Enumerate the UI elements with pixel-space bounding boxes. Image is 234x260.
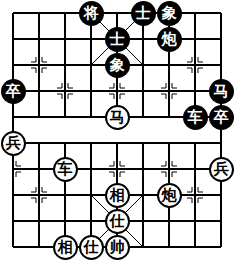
black-cannon[interactable]: 炮 <box>157 27 182 52</box>
white-elephant[interactable]: 相 <box>105 183 130 208</box>
black-soldier[interactable]: 卒 <box>209 105 234 130</box>
black-general[interactable]: 将 <box>79 1 104 26</box>
black-advisor[interactable]: 士 <box>105 27 130 52</box>
pieces-layer: 将士象士炮象卒马马车卒兵车兵相炮仕相仕帅 <box>0 0 234 260</box>
white-advisor[interactable]: 仕 <box>79 235 104 260</box>
white-chariot[interactable]: 车 <box>53 157 78 182</box>
black-advisor[interactable]: 士 <box>131 1 156 26</box>
black-chariot[interactable]: 车 <box>183 105 208 130</box>
white-cannon[interactable]: 炮 <box>157 183 182 208</box>
black-horse[interactable]: 马 <box>209 79 234 104</box>
white-elephant[interactable]: 相 <box>53 235 78 260</box>
white-soldier[interactable]: 兵 <box>209 157 234 182</box>
xiangqi-board: 将士象士炮象卒马马车卒兵车兵相炮仕相仕帅 <box>0 0 234 260</box>
white-general[interactable]: 帅 <box>105 235 130 260</box>
xiangqi-diagram: 将士象士炮象卒马马车卒兵车兵相炮仕相仕帅 <box>0 0 234 260</box>
black-soldier[interactable]: 卒 <box>1 79 26 104</box>
white-advisor[interactable]: 仕 <box>105 209 130 234</box>
white-horse[interactable]: 马 <box>105 105 130 130</box>
white-soldier[interactable]: 兵 <box>1 131 26 156</box>
black-elephant[interactable]: 象 <box>105 53 130 78</box>
black-elephant[interactable]: 象 <box>157 1 182 26</box>
